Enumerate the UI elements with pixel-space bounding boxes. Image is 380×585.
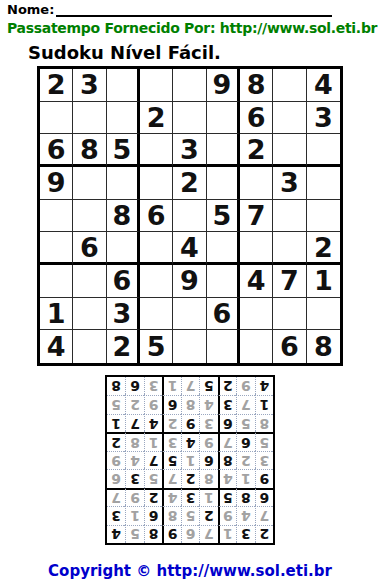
puzzle-cell-r2c1 xyxy=(40,102,73,135)
puzzle-cell-r4c4 xyxy=(140,167,173,200)
puzzle-cell-r2c8 xyxy=(273,102,306,135)
solution-cell-r8c8: 2 xyxy=(125,395,143,413)
solution-cell-r2c5: 5 xyxy=(181,506,199,524)
solution-cell-r4c9: 6 xyxy=(107,469,125,487)
solution-cell-r5c8: 4 xyxy=(125,451,143,469)
puzzle-cell-r1c4 xyxy=(140,69,173,102)
puzzle-cell-r6c4 xyxy=(140,232,173,265)
puzzle-cell-r9c3: 2 xyxy=(107,330,140,363)
solution-cell-r1c1: 2 xyxy=(255,525,273,543)
solution-cell-r4c8: 3 xyxy=(125,469,143,487)
solution-cell-r8c4: 4 xyxy=(199,395,217,413)
solution-cell-r2c1: 7 xyxy=(255,506,273,524)
solution-cell-r9c1: 4 xyxy=(255,377,273,395)
puzzle-cell-r3c8 xyxy=(273,134,306,167)
puzzle-cell-r7c1 xyxy=(40,265,73,298)
solution-cell-r6c5: 4 xyxy=(181,432,199,450)
solution-cell-r9c6: 1 xyxy=(162,377,180,395)
solution-cell-r4c4: 8 xyxy=(199,469,217,487)
solution-cell-r7c7: 4 xyxy=(144,414,162,432)
puzzle-cell-r2c4: 2 xyxy=(140,102,173,135)
solution-cell-r6c7: 1 xyxy=(144,432,162,450)
puzzle-cell-r5c3: 8 xyxy=(107,200,140,233)
solution-cell-r1c5: 6 xyxy=(181,525,199,543)
puzzle-cell-r5c5 xyxy=(173,200,206,233)
solution-cell-r9c3: 2 xyxy=(218,377,236,395)
puzzle-cell-r1c3 xyxy=(107,69,140,102)
solution-cell-r8c1: 1 xyxy=(255,395,273,413)
solution-cell-r6c3: 7 xyxy=(218,432,236,450)
solution-cell-r3c9: 7 xyxy=(107,488,125,506)
solution-cell-r7c5: 9 xyxy=(181,414,199,432)
puzzle-cell-r9c8: 6 xyxy=(273,330,306,363)
puzzle-cell-r8c8 xyxy=(273,298,306,331)
solution-cell-r3c5: 3 xyxy=(181,488,199,506)
solution-cell-r4c2: 1 xyxy=(236,469,254,487)
solution-cell-r9c2: 9 xyxy=(236,377,254,395)
solution-cell-r1c7: 8 xyxy=(144,525,162,543)
puzzle-cell-r4c1: 9 xyxy=(40,167,73,200)
puzzle-cell-r1c1: 2 xyxy=(40,69,73,102)
solution-cell-r7c3: 6 xyxy=(218,414,236,432)
solution-cell-r6c9: 2 xyxy=(107,432,125,450)
solution-cell-r6c1: 5 xyxy=(255,432,273,450)
puzzle-cell-r8c4 xyxy=(140,298,173,331)
puzzle-grid: 239842636853292386576426947113642568 xyxy=(37,66,343,366)
solution-cell-r2c7: 6 xyxy=(144,506,162,524)
solution-cell-r2c3: 9 xyxy=(218,506,236,524)
puzzle-cell-r9c9: 8 xyxy=(307,330,340,363)
solution-cell-r2c2: 4 xyxy=(236,506,254,524)
puzzle-cell-r7c7: 4 xyxy=(240,265,273,298)
puzzle-cell-r9c1: 4 xyxy=(40,330,73,363)
solution-cell-r4c7: 5 xyxy=(144,469,162,487)
solution-cell-r6c2: 6 xyxy=(236,432,254,450)
puzzle-cell-r2c2 xyxy=(73,102,106,135)
solution-cell-r1c2: 3 xyxy=(236,525,254,543)
solution-cell-r3c7: 2 xyxy=(144,488,162,506)
puzzle-cell-r6c9: 2 xyxy=(307,232,340,265)
puzzle-cell-r8c6: 6 xyxy=(207,298,240,331)
puzzle-cell-r3c2: 8 xyxy=(73,134,106,167)
provider-line: Passatempo Fornecido Por: http://www.sol… xyxy=(7,20,377,36)
puzzle-cell-r7c8: 7 xyxy=(273,265,306,298)
puzzle-cell-r6c6 xyxy=(207,232,240,265)
puzzle-cell-r8c7 xyxy=(240,298,273,331)
puzzle-cell-r5c4: 6 xyxy=(140,200,173,233)
name-underline xyxy=(56,2,332,17)
puzzle-cell-r3c5: 3 xyxy=(173,134,206,167)
solution-cell-r8c2: 7 xyxy=(236,395,254,413)
solution-grid-upside-down: 2317698547492586136851342979148275363286… xyxy=(105,375,275,545)
puzzle-cell-r9c6 xyxy=(207,330,240,363)
puzzle-cell-r4c8: 3 xyxy=(273,167,306,200)
puzzle-cell-r7c3: 6 xyxy=(107,265,140,298)
puzzle-cell-r1c6: 9 xyxy=(207,69,240,102)
puzzle-cell-r3c7: 2 xyxy=(240,134,273,167)
solution-cell-r7c1: 8 xyxy=(255,414,273,432)
solution-cell-r4c6: 7 xyxy=(162,469,180,487)
puzzle-cell-r3c6 xyxy=(207,134,240,167)
puzzle-cell-r8c3: 3 xyxy=(107,298,140,331)
solution-cell-r3c2: 8 xyxy=(236,488,254,506)
solution-cell-r1c4: 7 xyxy=(199,525,217,543)
solution-cell-r7c8: 7 xyxy=(125,414,143,432)
solution-cell-r5c4: 6 xyxy=(199,451,217,469)
solution-cell-r1c8: 5 xyxy=(125,525,143,543)
solution-cell-r4c1: 9 xyxy=(255,469,273,487)
puzzle-cell-r8c5 xyxy=(173,298,206,331)
puzzle-cell-r1c8 xyxy=(273,69,306,102)
puzzle-cell-r9c5 xyxy=(173,330,206,363)
puzzle-cell-r4c7 xyxy=(240,167,273,200)
puzzle-cell-r4c3 xyxy=(107,167,140,200)
puzzle-cell-r3c3: 5 xyxy=(107,134,140,167)
puzzle-cell-r7c6 xyxy=(207,265,240,298)
solution-cell-r9c5: 7 xyxy=(181,377,199,395)
solution-cell-r5c1: 3 xyxy=(255,451,273,469)
puzzle-cell-r2c9: 3 xyxy=(307,102,340,135)
puzzle-cell-r2c3 xyxy=(107,102,140,135)
puzzle-cell-r3c4 xyxy=(140,134,173,167)
solution-cell-r3c4: 1 xyxy=(199,488,217,506)
solution-cell-r9c4: 5 xyxy=(199,377,217,395)
copyright-text: Copyright © http://www.sol.eti.br xyxy=(0,562,380,580)
solution-cell-r1c3: 1 xyxy=(218,525,236,543)
puzzle-cell-r5c8 xyxy=(273,200,306,233)
puzzle-cell-r6c7 xyxy=(240,232,273,265)
solution-cell-r1c6: 9 xyxy=(162,525,180,543)
puzzle-cell-r9c2 xyxy=(73,330,106,363)
puzzle-cell-r8c1: 1 xyxy=(40,298,73,331)
solution-cell-r1c9: 4 xyxy=(107,525,125,543)
solution-cell-r9c7: 3 xyxy=(144,377,162,395)
solution-cell-r7c4: 3 xyxy=(199,414,217,432)
puzzle-cell-r9c7 xyxy=(240,330,273,363)
puzzle-cell-r6c5: 4 xyxy=(173,232,206,265)
solution-cell-r3c6: 4 xyxy=(162,488,180,506)
solution-cell-r7c9: 1 xyxy=(107,414,125,432)
solution-cell-r2c4: 2 xyxy=(199,506,217,524)
solution-cell-r3c1: 6 xyxy=(255,488,273,506)
puzzle-cell-r5c6: 5 xyxy=(207,200,240,233)
name-label: Nome: xyxy=(7,2,54,17)
puzzle-cell-r4c2 xyxy=(73,167,106,200)
puzzle-cell-r1c5 xyxy=(173,69,206,102)
puzzle-cell-r5c2 xyxy=(73,200,106,233)
solution-cell-r2c9: 3 xyxy=(107,506,125,524)
puzzle-cell-r1c9: 4 xyxy=(307,69,340,102)
puzzle-cell-r7c4 xyxy=(140,265,173,298)
puzzle-cell-r3c9 xyxy=(307,134,340,167)
puzzle-cell-r1c2: 3 xyxy=(73,69,106,102)
puzzle-cell-r2c5 xyxy=(173,102,206,135)
puzzle-cell-r2c6 xyxy=(207,102,240,135)
solution-cell-r5c2: 2 xyxy=(236,451,254,469)
solution-cell-r8c9: 5 xyxy=(107,395,125,413)
solution-cell-r3c8: 9 xyxy=(125,488,143,506)
puzzle-cell-r3c1: 6 xyxy=(40,134,73,167)
puzzle-cell-r6c2: 6 xyxy=(73,232,106,265)
solution-cell-r3c3: 5 xyxy=(218,488,236,506)
solution-cell-r4c5: 2 xyxy=(181,469,199,487)
puzzle-cell-r1c7: 8 xyxy=(240,69,273,102)
puzzle-cell-r5c1 xyxy=(40,200,73,233)
puzzle-cell-r7c5: 9 xyxy=(173,265,206,298)
puzzle-cell-r6c3 xyxy=(107,232,140,265)
puzzle-cell-r4c9 xyxy=(307,167,340,200)
solution-cell-r5c6: 5 xyxy=(162,451,180,469)
puzzle-cell-r2c7: 6 xyxy=(240,102,273,135)
puzzle-cell-r4c6 xyxy=(207,167,240,200)
solution-cell-r5c9: 9 xyxy=(107,451,125,469)
page-title: Sudoku Nível Fácil. xyxy=(28,42,221,63)
puzzle-cell-r6c8 xyxy=(273,232,306,265)
solution-cell-r8c3: 3 xyxy=(218,395,236,413)
puzzle-cell-r5c7: 7 xyxy=(240,200,273,233)
solution-cell-r9c8: 6 xyxy=(125,377,143,395)
solution-cell-r5c7: 7 xyxy=(144,451,162,469)
puzzle-cell-r5c9 xyxy=(307,200,340,233)
puzzle-cell-r4c5: 2 xyxy=(173,167,206,200)
puzzle-cell-r8c2 xyxy=(73,298,106,331)
solution-cell-r2c6: 8 xyxy=(162,506,180,524)
solution-cell-r6c8: 8 xyxy=(125,432,143,450)
solution-cell-r5c5: 1 xyxy=(181,451,199,469)
solution-cell-r2c8: 1 xyxy=(125,506,143,524)
solution-cell-r6c6: 3 xyxy=(162,432,180,450)
solution-cell-r8c6: 6 xyxy=(162,395,180,413)
name-row: Nome: xyxy=(7,2,332,17)
puzzle-cell-r9c4: 5 xyxy=(140,330,173,363)
puzzle-cell-r8c9 xyxy=(307,298,340,331)
solution-cell-r6c4: 9 xyxy=(199,432,217,450)
puzzle-cell-r7c2 xyxy=(73,265,106,298)
solution-cell-r5c3: 8 xyxy=(218,451,236,469)
solution-cell-r8c5: 8 xyxy=(181,395,199,413)
solution-cell-r8c7: 9 xyxy=(144,395,162,413)
solution-cell-r7c2: 5 xyxy=(236,414,254,432)
puzzle-cell-r7c9: 1 xyxy=(307,265,340,298)
puzzle-cell-r6c1 xyxy=(40,232,73,265)
solution-cell-r7c6: 2 xyxy=(162,414,180,432)
solution-cell-r4c3: 4 xyxy=(218,469,236,487)
solution-cell-r9c9: 8 xyxy=(107,377,125,395)
